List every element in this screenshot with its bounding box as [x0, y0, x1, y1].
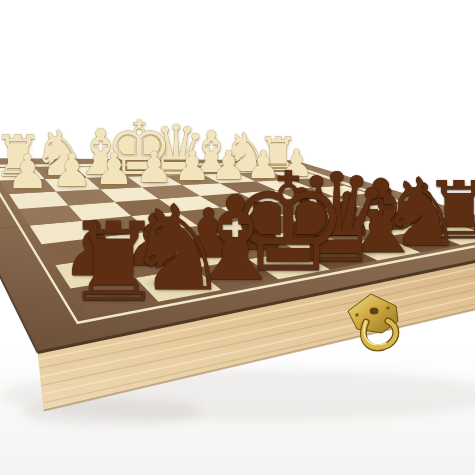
chess-board: [0, 0, 475, 475]
chess-set-photo: ♜♞♝♛♚♝♞♜♟♟♟♟♟♟♟♟♟♟♟♟♟♟♟♟♜♞♝♛♚♝♞♜: [0, 0, 475, 475]
